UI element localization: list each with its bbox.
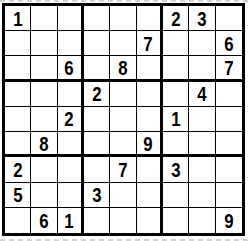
cell-r4c3[interactable] — [58, 82, 84, 107]
given-digit: 9 — [224, 210, 233, 231]
cell-r2c9[interactable]: 6 — [216, 31, 242, 56]
given-digit: 8 — [39, 133, 48, 154]
given-digit: 2 — [92, 83, 101, 104]
cell-r8c2[interactable] — [31, 183, 57, 208]
cell-r1c2[interactable] — [31, 6, 57, 31]
given-digit: 7 — [118, 159, 127, 180]
cell-r4c9[interactable] — [216, 82, 242, 107]
cell-r1c4[interactable] — [84, 6, 110, 31]
cell-r6c5[interactable] — [110, 132, 136, 157]
cell-r3c8[interactable] — [189, 56, 215, 81]
cell-r3c3[interactable]: 6 — [58, 56, 84, 81]
cell-r7c2[interactable] — [31, 157, 57, 182]
cell-r8c5[interactable] — [110, 183, 136, 208]
cell-r2c8[interactable] — [189, 31, 215, 56]
cell-r9c2[interactable]: 6 — [31, 208, 57, 233]
cell-r1c6[interactable] — [137, 6, 163, 31]
cell-r9c9[interactable]: 9 — [216, 208, 242, 233]
given-digit: 6 — [224, 33, 233, 54]
given-digit: 9 — [144, 133, 153, 154]
cell-r6c3[interactable] — [58, 132, 84, 157]
cell-r2c6[interactable]: 7 — [137, 31, 163, 56]
cell-r2c2[interactable] — [31, 31, 57, 56]
cell-r3c9[interactable]: 7 — [216, 56, 242, 81]
cell-r7c5[interactable]: 7 — [110, 157, 136, 182]
cell-r6c9[interactable] — [216, 132, 242, 157]
cell-r9c6[interactable] — [137, 208, 163, 233]
cell-r6c8[interactable] — [189, 132, 215, 157]
given-digit: 1 — [13, 8, 22, 29]
cell-r9c1[interactable] — [5, 208, 31, 233]
sudoku-board: 1237668724218927353619 — [2, 3, 245, 236]
given-digit: 1 — [65, 210, 74, 231]
cell-r7c4[interactable] — [84, 157, 110, 182]
cell-r5c9[interactable] — [216, 107, 242, 132]
cell-r1c5[interactable] — [110, 6, 136, 31]
cell-r5c1[interactable] — [5, 107, 31, 132]
cell-r1c9[interactable] — [216, 6, 242, 31]
cell-r6c2[interactable]: 8 — [31, 132, 57, 157]
cell-r9c5[interactable] — [110, 208, 136, 233]
given-digit: 2 — [65, 108, 74, 129]
cell-r9c7[interactable] — [163, 208, 189, 233]
cell-r1c3[interactable] — [58, 6, 84, 31]
cell-r6c6[interactable]: 9 — [137, 132, 163, 157]
cell-r9c8[interactable] — [189, 208, 215, 233]
cell-r7c7[interactable]: 3 — [163, 157, 189, 182]
cell-r3c2[interactable] — [31, 56, 57, 81]
cell-r2c1[interactable] — [5, 31, 31, 56]
given-digit: 4 — [197, 83, 206, 104]
cell-r8c7[interactable] — [163, 183, 189, 208]
cell-r2c4[interactable] — [84, 31, 110, 56]
cell-r3c1[interactable] — [5, 56, 31, 81]
cell-r3c6[interactable] — [137, 56, 163, 81]
cell-r2c3[interactable] — [58, 31, 84, 56]
cell-r6c1[interactable] — [5, 132, 31, 157]
cell-r5c6[interactable] — [137, 107, 163, 132]
cell-r8c4[interactable]: 3 — [84, 183, 110, 208]
cell-r9c3[interactable]: 1 — [58, 208, 84, 233]
cell-r7c1[interactable]: 2 — [5, 157, 31, 182]
given-digit: 3 — [197, 8, 206, 29]
cell-r6c7[interactable] — [163, 132, 189, 157]
cell-r4c2[interactable] — [31, 82, 57, 107]
cell-r4c8[interactable]: 4 — [189, 82, 215, 107]
cell-r5c4[interactable] — [84, 107, 110, 132]
cell-r9c4[interactable] — [84, 208, 110, 233]
cell-r2c7[interactable] — [163, 31, 189, 56]
given-digit: 8 — [118, 57, 127, 78]
given-digit: 3 — [92, 184, 101, 205]
cell-r4c6[interactable] — [137, 82, 163, 107]
given-digit: 6 — [39, 210, 48, 231]
given-digit: 5 — [13, 184, 22, 205]
given-digit: 2 — [13, 159, 22, 180]
cell-r4c5[interactable] — [110, 82, 136, 107]
cell-r1c8[interactable]: 3 — [189, 6, 215, 31]
cell-r7c9[interactable] — [216, 157, 242, 182]
cell-r5c5[interactable] — [110, 107, 136, 132]
given-digit: 6 — [65, 57, 74, 78]
cell-r1c7[interactable]: 2 — [163, 6, 189, 31]
given-digit: 7 — [224, 57, 233, 78]
cell-r7c6[interactable] — [137, 157, 163, 182]
given-digit: 2 — [171, 8, 180, 29]
cell-r7c3[interactable] — [58, 157, 84, 182]
cell-r6c4[interactable] — [84, 132, 110, 157]
cell-r7c8[interactable] — [189, 157, 215, 182]
cell-r8c1[interactable]: 5 — [5, 183, 31, 208]
cell-r5c8[interactable] — [189, 107, 215, 132]
cell-r2c5[interactable] — [110, 31, 136, 56]
given-digit: 1 — [171, 108, 180, 129]
cell-r8c3[interactable] — [58, 183, 84, 208]
cell-r8c8[interactable] — [189, 183, 215, 208]
cell-r5c2[interactable] — [31, 107, 57, 132]
cell-r3c4[interactable] — [84, 56, 110, 81]
cell-r1c1[interactable]: 1 — [5, 6, 31, 31]
cell-r5c7[interactable]: 1 — [163, 107, 189, 132]
given-digit: 7 — [144, 33, 153, 54]
cell-r4c7[interactable] — [163, 82, 189, 107]
top-edge-artifact — [0, 0, 250, 2]
cell-r3c7[interactable] — [163, 56, 189, 81]
cell-r4c1[interactable] — [5, 82, 31, 107]
cell-r3c5[interactable]: 8 — [110, 56, 136, 81]
given-digit: 3 — [171, 159, 180, 180]
cell-r8c6[interactable] — [137, 183, 163, 208]
cell-r8c9[interactable] — [216, 183, 242, 208]
cell-r4c4[interactable]: 2 — [84, 82, 110, 107]
sudoku-screenshot: 1237668724218927353619 — [0, 0, 250, 241]
cell-r5c3[interactable]: 2 — [58, 107, 84, 132]
